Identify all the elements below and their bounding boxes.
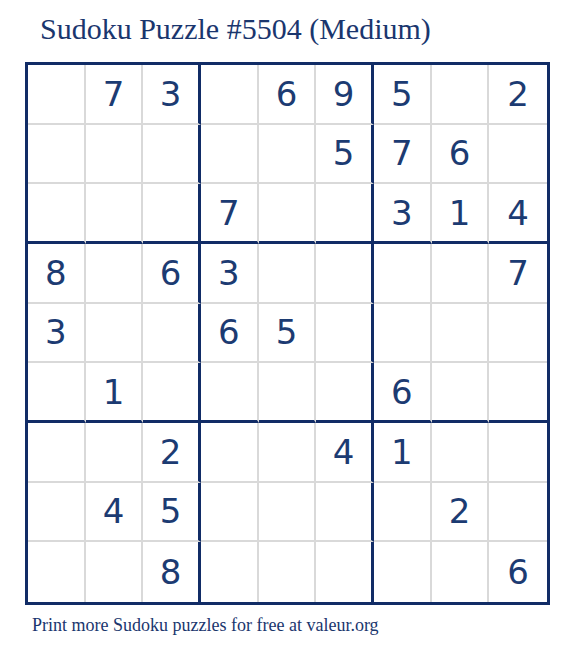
sudoku-cell-r9c5[interactable]: [259, 542, 317, 602]
sudoku-cell-r7c8[interactable]: [432, 423, 490, 483]
sudoku-cell-r3c9[interactable]: 4: [489, 184, 547, 244]
sudoku-cell-r5c6[interactable]: [316, 304, 374, 364]
sudoku-cell-r5c7[interactable]: [374, 304, 432, 364]
sudoku-cell-r3c6[interactable]: [316, 184, 374, 244]
sudoku-cell-r2c8[interactable]: 6: [432, 125, 490, 185]
sudoku-cell-r2c1[interactable]: [28, 125, 86, 185]
sudoku-cell-r1c6[interactable]: 9: [316, 65, 374, 125]
sudoku-cell-r8c3[interactable]: 5: [143, 483, 201, 543]
sudoku-grid: 736952576731486373651624145286: [25, 62, 550, 605]
sudoku-cell-r4c9[interactable]: 7: [489, 244, 547, 304]
sudoku-cell-r8c9[interactable]: [489, 483, 547, 543]
sudoku-cell-r9c6[interactable]: [316, 542, 374, 602]
sudoku-cell-r3c3[interactable]: [143, 184, 201, 244]
sudoku-cell-r3c7[interactable]: 3: [374, 184, 432, 244]
sudoku-cell-r5c2[interactable]: [86, 304, 144, 364]
sudoku-cell-r7c6[interactable]: 4: [316, 423, 374, 483]
sudoku-cell-r3c8[interactable]: 1: [432, 184, 490, 244]
sudoku-cell-r7c5[interactable]: [259, 423, 317, 483]
sudoku-cell-r6c1[interactable]: [28, 363, 86, 423]
sudoku-cell-r7c7[interactable]: 1: [374, 423, 432, 483]
sudoku-cell-r1c3[interactable]: 3: [143, 65, 201, 125]
sudoku-cell-r9c2[interactable]: [86, 542, 144, 602]
sudoku-cell-r1c2[interactable]: 7: [86, 65, 144, 125]
sudoku-cell-r6c6[interactable]: [316, 363, 374, 423]
sudoku-cell-r8c1[interactable]: [28, 483, 86, 543]
sudoku-cell-r6c5[interactable]: [259, 363, 317, 423]
sudoku-cell-r3c5[interactable]: [259, 184, 317, 244]
sudoku-cell-r1c4[interactable]: [201, 65, 259, 125]
sudoku-cell-r6c9[interactable]: [489, 363, 547, 423]
sudoku-cell-r9c3[interactable]: 8: [143, 542, 201, 602]
sudoku-cell-r3c4[interactable]: 7: [201, 184, 259, 244]
sudoku-cell-r8c4[interactable]: [201, 483, 259, 543]
sudoku-cell-r4c8[interactable]: [432, 244, 490, 304]
sudoku-cell-r8c7[interactable]: [374, 483, 432, 543]
sudoku-cell-r5c1[interactable]: 3: [28, 304, 86, 364]
sudoku-cell-r7c4[interactable]: [201, 423, 259, 483]
sudoku-cell-r9c4[interactable]: [201, 542, 259, 602]
sudoku-cell-r5c9[interactable]: [489, 304, 547, 364]
footer-text: Print more Sudoku puzzles for free at va…: [32, 615, 379, 636]
sudoku-cell-r6c2[interactable]: 1: [86, 363, 144, 423]
sudoku-cell-r2c3[interactable]: [143, 125, 201, 185]
sudoku-cell-r9c8[interactable]: [432, 542, 490, 602]
sudoku-cell-r4c5[interactable]: [259, 244, 317, 304]
sudoku-cell-r7c1[interactable]: [28, 423, 86, 483]
page-title: Sudoku Puzzle #5504 (Medium): [40, 12, 431, 46]
sudoku-cell-r7c2[interactable]: [86, 423, 144, 483]
sudoku-cell-r8c6[interactable]: [316, 483, 374, 543]
sudoku-cell-r6c3[interactable]: [143, 363, 201, 423]
sudoku-cell-r4c2[interactable]: [86, 244, 144, 304]
sudoku-cell-r4c3[interactable]: 6: [143, 244, 201, 304]
sudoku-cell-r5c5[interactable]: 5: [259, 304, 317, 364]
sudoku-cell-r6c7[interactable]: 6: [374, 363, 432, 423]
sudoku-cell-r5c8[interactable]: [432, 304, 490, 364]
sudoku-cell-r7c3[interactable]: 2: [143, 423, 201, 483]
sudoku-cell-r2c6[interactable]: 5: [316, 125, 374, 185]
sudoku-cell-r1c7[interactable]: 5: [374, 65, 432, 125]
sudoku-cell-r9c9[interactable]: 6: [489, 542, 547, 602]
sudoku-cell-r2c5[interactable]: [259, 125, 317, 185]
sudoku-cell-r2c2[interactable]: [86, 125, 144, 185]
sudoku-cell-r8c2[interactable]: 4: [86, 483, 144, 543]
sudoku-cell-r7c9[interactable]: [489, 423, 547, 483]
sudoku-cell-r1c8[interactable]: [432, 65, 490, 125]
sudoku-cell-r1c1[interactable]: [28, 65, 86, 125]
sudoku-cell-r1c9[interactable]: 2: [489, 65, 547, 125]
sudoku-cell-r9c7[interactable]: [374, 542, 432, 602]
sudoku-cell-r4c7[interactable]: [374, 244, 432, 304]
sudoku-cell-r3c2[interactable]: [86, 184, 144, 244]
sudoku-cell-r2c4[interactable]: [201, 125, 259, 185]
sudoku-cell-r5c3[interactable]: [143, 304, 201, 364]
sudoku-cell-r8c5[interactable]: [259, 483, 317, 543]
sudoku-cell-r2c7[interactable]: 7: [374, 125, 432, 185]
sudoku-cell-r2c9[interactable]: [489, 125, 547, 185]
sudoku-cell-r8c8[interactable]: 2: [432, 483, 490, 543]
sudoku-cell-r5c4[interactable]: 6: [201, 304, 259, 364]
sudoku-cell-r4c6[interactable]: [316, 244, 374, 304]
sudoku-cell-r9c1[interactable]: [28, 542, 86, 602]
sudoku-cell-r6c8[interactable]: [432, 363, 490, 423]
sudoku-cell-r3c1[interactable]: [28, 184, 86, 244]
sudoku-cell-r1c5[interactable]: 6: [259, 65, 317, 125]
sudoku-cell-r6c4[interactable]: [201, 363, 259, 423]
sudoku-cell-r4c4[interactable]: 3: [201, 244, 259, 304]
sudoku-cell-r4c1[interactable]: 8: [28, 244, 86, 304]
